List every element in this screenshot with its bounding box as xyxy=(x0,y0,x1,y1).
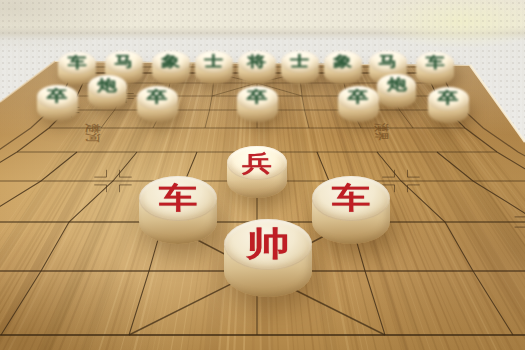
piece-glyph-chariot: 车 xyxy=(159,184,198,213)
piece-black-cannon-h7[interactable]: 炮 xyxy=(377,74,416,108)
piece-glyph-soldier: 卒 xyxy=(348,90,369,105)
piece-glyph-general: 帅 xyxy=(246,228,290,261)
piece-glyph-cannon: 炮 xyxy=(97,79,117,94)
piece-glyph-soldier: 卒 xyxy=(438,91,459,106)
piece-top-face: 帅 xyxy=(224,219,312,270)
piece-glyph-horse: 马 xyxy=(379,55,398,69)
piece-glyph-elephant: 象 xyxy=(162,55,181,69)
piece-top-face: 卒 xyxy=(428,87,469,111)
piece-glyph-soldier: 卒 xyxy=(147,90,168,105)
piece-top-face: 车 xyxy=(58,52,96,74)
piece-black-chariot-i9[interactable]: 车 xyxy=(416,52,454,85)
piece-black-advisor-d9[interactable]: 士 xyxy=(195,51,233,84)
piece-black-elephant-g9[interactable]: 象 xyxy=(324,51,362,84)
piece-black-soldier-i6[interactable]: 卒 xyxy=(428,87,469,123)
piece-black-soldier-a6[interactable]: 卒 xyxy=(37,85,78,121)
piece-top-face: 象 xyxy=(152,51,190,73)
piece-top-face: 炮 xyxy=(88,75,127,98)
piece-top-face: 士 xyxy=(281,51,319,73)
piece-glyph-soldier: 卒 xyxy=(247,90,268,105)
piece-top-face: 车 xyxy=(416,52,454,74)
piece-black-cannon-b7[interactable]: 炮 xyxy=(88,75,127,109)
piece-top-face: 炮 xyxy=(377,74,416,97)
piece-top-face: 卒 xyxy=(237,86,278,110)
piece-glyph-advisor: 士 xyxy=(205,55,224,69)
piece-red-soldier-e3[interactable]: 兵 xyxy=(227,146,287,199)
piece-glyph-horse: 马 xyxy=(115,55,134,69)
piece-top-face: 卒 xyxy=(137,86,178,110)
pieces-layer: 车马象士将士象马车炮炮卒卒卒卒卒兵车车帅 xyxy=(0,0,525,350)
piece-black-elephant-c9[interactable]: 象 xyxy=(152,51,190,84)
piece-top-face: 马 xyxy=(105,51,143,73)
piece-glyph-chariot: 车 xyxy=(426,56,445,70)
piece-glyph-cannon: 炮 xyxy=(387,78,407,93)
piece-glyph-soldier: 兵 xyxy=(242,152,272,175)
piece-glyph-soldier: 卒 xyxy=(47,89,68,104)
piece-top-face: 马 xyxy=(369,51,407,73)
piece-red-general-e1[interactable]: 帅 xyxy=(224,219,312,297)
piece-black-general-e9[interactable]: 将 xyxy=(238,51,276,84)
xiangqi-photo: 楚河漢界 车马象士将士象马车炮炮卒卒卒卒卒兵车车帅 xyxy=(0,0,525,350)
piece-red-chariot-f2[interactable]: 车 xyxy=(312,176,389,244)
piece-top-face: 将 xyxy=(238,51,276,73)
piece-top-face: 象 xyxy=(324,51,362,73)
piece-glyph-chariot: 车 xyxy=(68,56,87,70)
piece-glyph-elephant: 象 xyxy=(334,55,353,69)
piece-glyph-advisor: 士 xyxy=(291,55,310,69)
piece-top-face: 兵 xyxy=(227,146,287,181)
piece-black-soldier-c6[interactable]: 卒 xyxy=(137,86,178,122)
piece-top-face: 士 xyxy=(195,51,233,73)
piece-top-face: 卒 xyxy=(37,85,78,109)
piece-top-face: 车 xyxy=(139,176,216,221)
piece-glyph-chariot: 车 xyxy=(332,184,371,213)
piece-top-face: 卒 xyxy=(338,86,379,110)
piece-black-soldier-g6[interactable]: 卒 xyxy=(338,86,379,122)
piece-top-face: 车 xyxy=(312,176,389,221)
piece-red-chariot-d2[interactable]: 车 xyxy=(139,176,216,244)
piece-glyph-general: 将 xyxy=(248,55,267,69)
piece-black-soldier-e6[interactable]: 卒 xyxy=(237,86,278,122)
piece-black-advisor-f9[interactable]: 士 xyxy=(281,51,319,84)
